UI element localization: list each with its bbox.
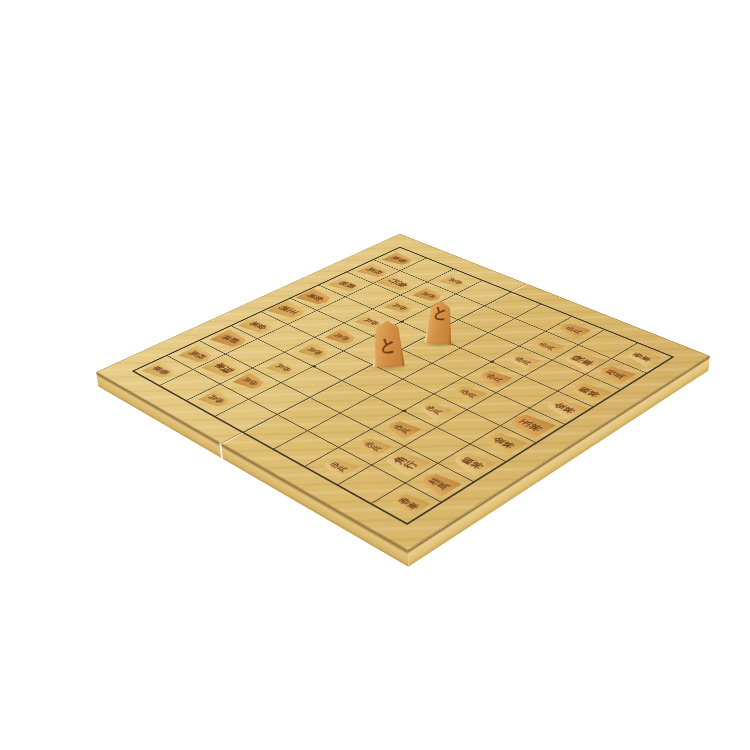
piece-sente-pawn[interactable]: 歩 兵 [504, 351, 542, 370]
star-point [401, 410, 407, 413]
piece-sente-gold[interactable]: 金 将 [540, 395, 588, 420]
piece-sente-lance[interactable]: 香 車 [385, 490, 432, 517]
board-square[interactable] [278, 397, 341, 430]
board-square[interactable] [215, 399, 278, 432]
piece-gote-pawn[interactable]: 歩 兵 [324, 329, 360, 346]
piece-sente-silver[interactable]: 銀 将 [565, 379, 612, 403]
piece-kanji: 歩 兵 [563, 325, 584, 334]
board-square[interactable]: 歩 兵 [435, 378, 497, 410]
board-surface: 香 車桂 馬銀 将金 将王 将金 将銀 将桂 馬香 車飛 車角 行歩 兵歩 兵歩… [96, 234, 710, 551]
board-square[interactable]: 歩 兵 [404, 394, 467, 427]
board-square[interactable] [341, 396, 404, 429]
board-grid: 香 車桂 馬銀 将金 将王 将金 将銀 将桂 馬香 車飛 車角 行歩 兵歩 兵歩… [132, 247, 675, 525]
piece-kanji: 歩 兵 [332, 333, 352, 342]
piece-sente-pawn[interactable]: 歩 兵 [475, 368, 513, 387]
piece-kanji: 銀 将 [336, 280, 359, 290]
piece-kanji: 歩 兵 [206, 394, 227, 405]
piece-sente-pawn[interactable]: 歩 兵 [528, 337, 565, 355]
board-square[interactable]: 歩 兵 [187, 384, 249, 416]
piece-kanji: 歩 兵 [327, 460, 350, 473]
piece-kanji: 金 将 [304, 292, 327, 302]
piece-sente-pawn[interactable]: 歩 兵 [317, 455, 359, 478]
piece-kanji: 歩 兵 [483, 372, 505, 383]
piece-kanji: 飛 車 [568, 354, 597, 367]
piece-kanji: 歩 兵 [457, 388, 479, 399]
piece-kanji: 歩 兵 [391, 303, 411, 312]
piece-kanji: 歩 兵 [446, 277, 465, 285]
piece-kanji: 銀 将 [218, 334, 242, 345]
tokin-kanji: と [379, 337, 397, 368]
piece-sente-pawn[interactable]: 歩 兵 [382, 418, 422, 440]
piece-gote-pawn[interactable]: 歩 兵 [265, 359, 303, 378]
piece-kanji: 香 車 [149, 365, 171, 376]
piece-sente-knight[interactable]: 桂 馬 [415, 470, 463, 497]
piece-sente-gold[interactable]: 金 将 [479, 429, 529, 456]
board-square[interactable]: 金 将 [470, 426, 535, 462]
board-square[interactable] [525, 360, 586, 391]
board-square[interactable]: 歩 兵 [221, 368, 282, 399]
board-square[interactable] [338, 465, 406, 504]
board-square[interactable]: 銀 将 [439, 444, 506, 481]
piece-kanji: 歩 兵 [512, 355, 533, 365]
piece-sente-king[interactable]: 玉 将 [504, 411, 557, 439]
piece-kanji: 香 車 [630, 351, 654, 362]
piece-kanji: 歩 兵 [305, 347, 325, 357]
piece-kanji: 香 車 [395, 496, 422, 511]
piece-kanji: 歩 兵 [361, 440, 384, 452]
piece-kanji: 飛 車 [211, 362, 237, 376]
board-square[interactable]: 歩 兵 [464, 362, 525, 393]
piece-kanji: 金 将 [550, 401, 578, 415]
board-square[interactable]: 玉 将 [501, 408, 565, 442]
piece-kanji: 銀 将 [575, 385, 602, 398]
board-square[interactable]: 桂 馬 [406, 463, 474, 502]
piece-kanji: 桂 馬 [365, 267, 386, 276]
board-square[interactable] [437, 410, 501, 444]
board-square[interactable] [405, 427, 470, 463]
piece-gote-pawn[interactable]: 歩 兵 [232, 372, 270, 391]
piece-kanji: 金 将 [489, 435, 517, 450]
piece-sente-pawn[interactable]: 歩 兵 [448, 383, 487, 403]
piece-kanji: 香 車 [389, 255, 410, 263]
product-photo-scene: 香 車桂 馬銀 将金 将王 将金 将銀 将桂 馬香 車飛 車角 行歩 兵歩 兵歩… [0, 0, 750, 750]
board-square[interactable] [274, 431, 339, 467]
board-square[interactable]: 金 将 [530, 391, 593, 424]
piece-kanji: 歩 兵 [419, 291, 439, 299]
piece-kanji: 歩 兵 [273, 363, 294, 373]
board-square[interactable] [403, 363, 464, 394]
piece-kanji: 銀 将 [458, 455, 487, 471]
piece-kanji: 桂 馬 [187, 350, 209, 361]
tokin-kanji: と [430, 305, 449, 344]
piece-kanji: 桂 馬 [426, 476, 452, 491]
board-square[interactable]: 角 行 [372, 446, 439, 483]
piece-kanji: 玉 将 [515, 417, 546, 433]
board-square[interactable] [309, 413, 373, 448]
piece-sente-bishop[interactable]: 角 行 [378, 448, 432, 478]
piece-sente-pawn[interactable]: 歩 兵 [555, 321, 591, 338]
star-point [311, 365, 317, 368]
piece-kanji: 歩 兵 [536, 341, 557, 351]
board-square[interactable]: 香 車 [372, 483, 441, 523]
board-perspective-wrapper: 香 車桂 馬銀 将金 将王 将金 将銀 将桂 馬香 車飛 車角 行歩 兵歩 兵歩… [0, 0, 750, 750]
piece-kanji: 金 将 [247, 320, 271, 331]
board-square[interactable] [244, 415, 308, 450]
board-square[interactable] [311, 381, 373, 413]
board-square[interactable] [160, 369, 221, 400]
piece-sente-pawn[interactable]: 歩 兵 [352, 435, 393, 457]
star-point [490, 360, 496, 363]
piece-sente-silver[interactable]: 銀 将 [447, 449, 498, 477]
board-square[interactable] [467, 392, 530, 425]
board-square[interactable]: 歩 兵 [306, 447, 373, 484]
piece-kanji: 歩 兵 [390, 423, 412, 435]
piece-kanji: 角 行 [389, 454, 420, 470]
piece-sente-lance[interactable]: 香 車 [622, 347, 663, 367]
board-square[interactable] [282, 366, 343, 397]
piece-gote-pawn[interactable]: 歩 兵 [198, 390, 237, 410]
shogi-board: 香 車桂 馬銀 将金 将王 将金 将銀 将桂 馬香 車飛 車角 行歩 兵歩 兵歩… [96, 234, 710, 551]
board-square[interactable]: 歩 兵 [373, 411, 437, 445]
board-square[interactable] [249, 382, 311, 414]
board-square[interactable]: 銀 将 [558, 374, 620, 406]
board-square[interactable] [497, 376, 559, 408]
board-square[interactable]: 桂 馬 [586, 359, 647, 390]
piece-kanji: 歩 兵 [241, 377, 262, 387]
piece-sente-pawn[interactable]: 歩 兵 [414, 399, 454, 420]
board-square[interactable] [373, 379, 435, 411]
piece-gote-lance[interactable]: 香 車 [141, 360, 181, 380]
piece-sente-knight[interactable]: 桂 馬 [594, 363, 637, 384]
piece-gote-pawn[interactable]: 歩 兵 [383, 299, 418, 315]
piece-kanji: 角 行 [386, 278, 411, 289]
board-square[interactable]: 歩 兵 [340, 429, 405, 465]
piece-kanji: 歩 兵 [422, 404, 444, 415]
piece-kanji: 桂 馬 [603, 368, 628, 380]
piece-kanji: 歩 兵 [362, 317, 382, 326]
piece-kanji: 王 将 [276, 305, 302, 317]
